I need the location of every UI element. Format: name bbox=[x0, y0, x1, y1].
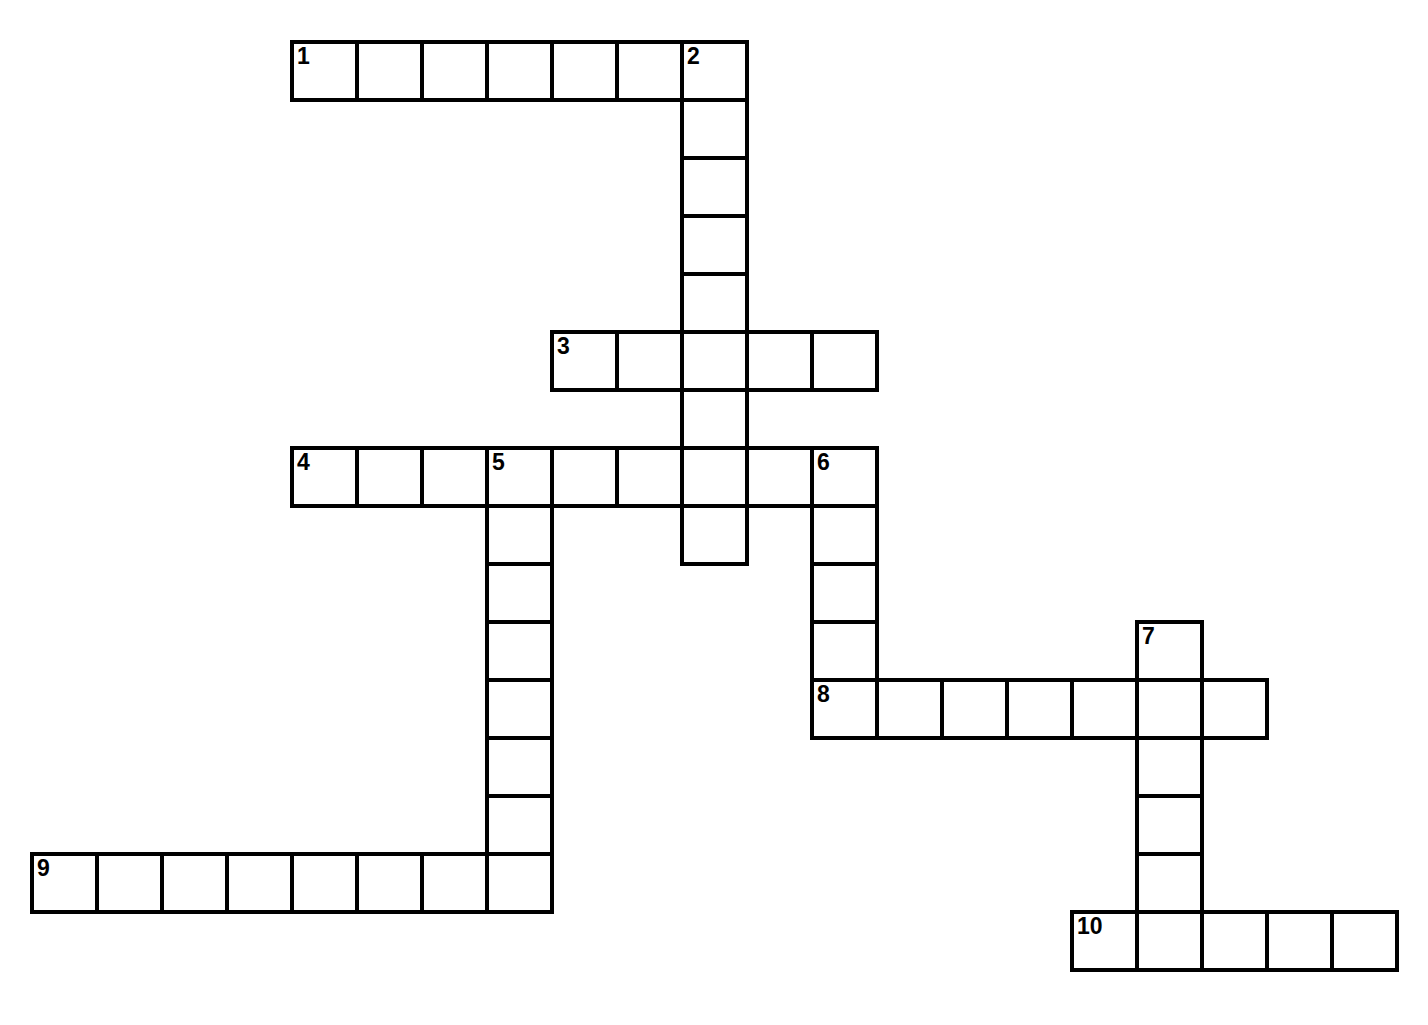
clue-number: 1 bbox=[297, 43, 310, 69]
crossword-cell[interactable] bbox=[680, 98, 749, 160]
crossword-cell[interactable] bbox=[680, 330, 749, 392]
crossword-cell[interactable]: 8 bbox=[810, 678, 879, 740]
crossword-cell[interactable]: 6 bbox=[810, 446, 879, 508]
crossword-cell[interactable] bbox=[810, 330, 879, 392]
clue-number: 7 bbox=[1142, 623, 1155, 649]
crossword-cell[interactable] bbox=[1200, 910, 1269, 972]
crossword-cell[interactable] bbox=[1265, 910, 1334, 972]
crossword-cell[interactable] bbox=[1135, 678, 1204, 740]
crossword-cell[interactable] bbox=[550, 40, 619, 102]
crossword-cell[interactable] bbox=[420, 852, 489, 914]
crossword-cell[interactable] bbox=[745, 330, 814, 392]
clue-number: 6 bbox=[817, 449, 830, 475]
crossword-cell[interactable] bbox=[1005, 678, 1074, 740]
clue-number: 5 bbox=[492, 449, 505, 475]
crossword-cell[interactable]: 3 bbox=[550, 330, 619, 392]
crossword-cell[interactable]: 4 bbox=[290, 446, 359, 508]
crossword-cell[interactable] bbox=[680, 156, 749, 218]
crossword-cell[interactable] bbox=[745, 446, 814, 508]
crossword-cell[interactable] bbox=[485, 562, 554, 624]
crossword-board: 12345678910 bbox=[30, 40, 1403, 976]
crossword-cell[interactable] bbox=[485, 678, 554, 740]
crossword-cell[interactable] bbox=[1135, 910, 1204, 972]
clue-number: 2 bbox=[687, 43, 700, 69]
crossword-cell[interactable] bbox=[810, 562, 879, 624]
crossword-cell[interactable] bbox=[615, 446, 684, 508]
crossword-cell[interactable] bbox=[355, 40, 424, 102]
crossword-cell[interactable] bbox=[680, 388, 749, 450]
crossword-cell[interactable] bbox=[1135, 794, 1204, 856]
crossword-cell[interactable] bbox=[225, 852, 294, 914]
crossword-cell[interactable] bbox=[485, 40, 554, 102]
crossword-cell[interactable]: 7 bbox=[1135, 620, 1204, 682]
crossword-cell[interactable]: 10 bbox=[1070, 910, 1139, 972]
crossword-cell[interactable] bbox=[680, 446, 749, 508]
clue-number: 9 bbox=[37, 855, 50, 881]
clue-number: 4 bbox=[297, 449, 310, 475]
crossword-cell[interactable] bbox=[810, 620, 879, 682]
crossword-cell[interactable] bbox=[615, 40, 684, 102]
crossword-cell[interactable] bbox=[485, 852, 554, 914]
crossword-cell[interactable]: 1 bbox=[290, 40, 359, 102]
crossword-cell[interactable] bbox=[680, 214, 749, 276]
crossword-cell[interactable] bbox=[940, 678, 1009, 740]
crossword-cell[interactable]: 5 bbox=[485, 446, 554, 508]
crossword-cell[interactable]: 9 bbox=[30, 852, 99, 914]
crossword-cell[interactable] bbox=[615, 330, 684, 392]
crossword-cell[interactable] bbox=[485, 736, 554, 798]
crossword-cell[interactable] bbox=[160, 852, 229, 914]
crossword-cell[interactable]: 2 bbox=[680, 40, 749, 102]
crossword-cell[interactable] bbox=[420, 446, 489, 508]
crossword-cell[interactable] bbox=[1135, 852, 1204, 914]
crossword-cell[interactable] bbox=[95, 852, 164, 914]
crossword-cell[interactable] bbox=[1135, 736, 1204, 798]
crossword-cell[interactable] bbox=[810, 504, 879, 566]
clue-number: 10 bbox=[1077, 913, 1103, 939]
crossword-cell[interactable] bbox=[680, 272, 749, 334]
crossword-cell[interactable] bbox=[875, 678, 944, 740]
crossword-cell[interactable] bbox=[550, 446, 619, 508]
crossword-cell[interactable] bbox=[290, 852, 359, 914]
crossword-cell[interactable] bbox=[680, 504, 749, 566]
crossword-cell[interactable] bbox=[1330, 910, 1399, 972]
crossword-cell[interactable] bbox=[485, 504, 554, 566]
crossword-cell[interactable] bbox=[485, 794, 554, 856]
clue-number: 8 bbox=[817, 681, 830, 707]
crossword-cell[interactable] bbox=[355, 446, 424, 508]
crossword-cell[interactable] bbox=[1070, 678, 1139, 740]
clue-number: 3 bbox=[557, 333, 570, 359]
crossword-cell[interactable] bbox=[420, 40, 489, 102]
crossword-cell[interactable] bbox=[485, 620, 554, 682]
crossword-cell[interactable] bbox=[355, 852, 424, 914]
crossword-cell[interactable] bbox=[1200, 678, 1269, 740]
